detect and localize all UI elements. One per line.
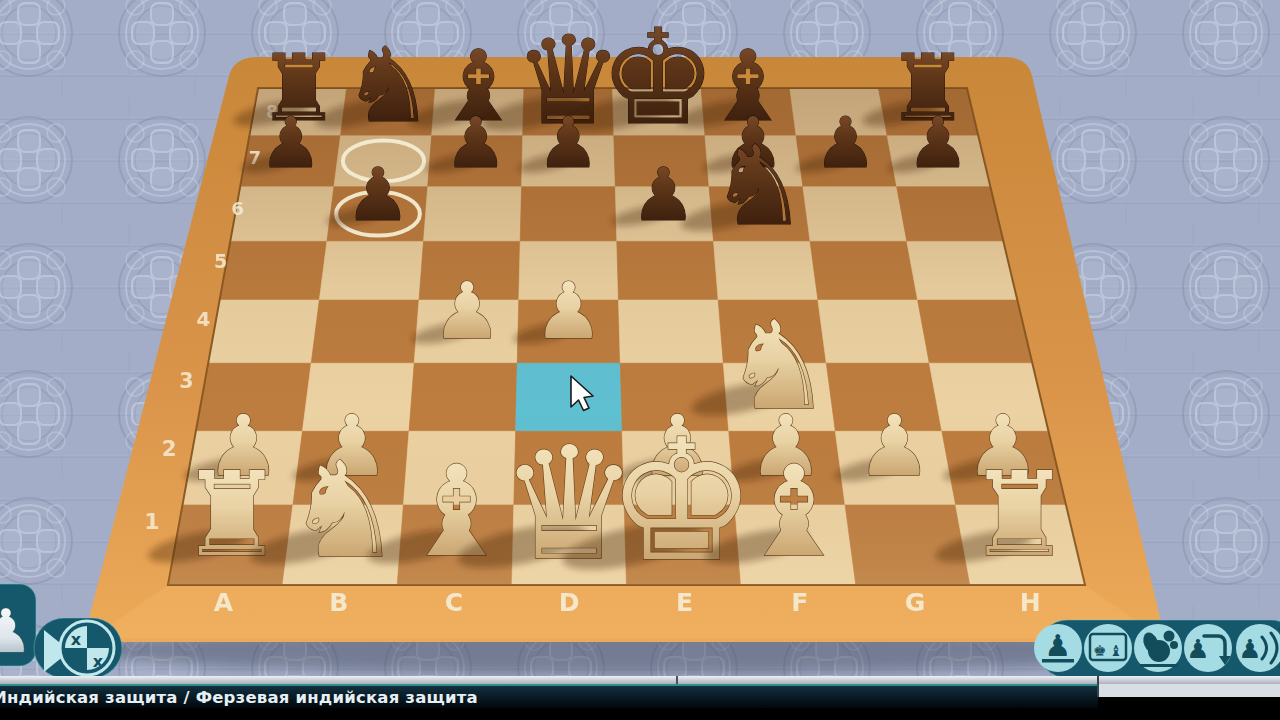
window-strip[interactable]	[0, 676, 1280, 684]
black-pawn-b6[interactable]: ♟	[345, 152, 410, 237]
pawn-stand-icon-glyph: ♟	[1042, 628, 1074, 663]
svg-text:♝: ♝	[1109, 642, 1122, 660]
letterbox-bottom	[0, 708, 1280, 720]
chess-3d-scene: ABCDEFGH12345678 ♜♞♝♛♚♝♜♟♟♟♟♟♟♟♟♞♟♟♞♟♟♟♟…	[0, 0, 1280, 720]
status-opening-text: Индийская защита / Ферзевая индийская за…	[0, 688, 478, 707]
file-label-a: A	[214, 588, 234, 617]
black-pawn-h7[interactable]: ♟	[907, 102, 970, 184]
checker-x-letter: x	[71, 630, 82, 649]
svg-text:♚: ♚	[1093, 642, 1106, 660]
rank-label-4: 4	[196, 308, 210, 331]
rank-label-2: 2	[162, 436, 177, 461]
white-pawn-icon: ♟	[0, 596, 33, 666]
white-knight-b1[interactable]: ♞	[285, 433, 403, 587]
rank-label-1: 1	[144, 509, 159, 534]
white-rook-h1[interactable]: ♜	[967, 446, 1072, 583]
file-label-g: G	[905, 588, 926, 617]
status-area: Индийская защита / Ферзевая индийская за…	[0, 676, 1280, 720]
pawn-arrow-icon-glyph: ♟	[1186, 634, 1231, 665]
black-pawn-g7[interactable]: ♟	[814, 102, 877, 184]
svg-text:♟: ♟	[1238, 634, 1261, 664]
strip-divider	[676, 676, 678, 684]
svg-text:♟: ♟	[1045, 628, 1072, 663]
white-pawn-c4[interactable]: ♟	[432, 266, 502, 356]
black-pawn-c7[interactable]: ♟	[445, 102, 508, 184]
white-bishop-f1[interactable]: ♝	[738, 439, 850, 584]
file-label-h: H	[1020, 588, 1041, 617]
game-screen: ABCDEFGH12345678 ♜♞♝♛♚♝♜♟♟♟♟♟♟♟♟♞♟♟♞♟♟♟♟…	[0, 0, 1280, 720]
status-divider	[1097, 676, 1099, 697]
status-right-segment	[1098, 684, 1280, 697]
black-pawn-d7[interactable]: ♟	[537, 102, 600, 184]
black-pawn-a7[interactable]: ♟	[260, 102, 323, 184]
black-knight-f6[interactable]: ♞	[709, 122, 808, 250]
status-accent-line	[0, 684, 1098, 686]
white-king-e1[interactable]: ♚	[606, 403, 757, 599]
file-label-f: F	[791, 588, 808, 617]
rank-label-3: 3	[179, 369, 193, 393]
rank-label-5: 5	[214, 250, 227, 273]
rank-label-6: 6	[231, 198, 244, 219]
white-pawn-g2[interactable]: ♟	[857, 397, 932, 495]
black-king-e8[interactable]: ♚	[599, 1, 716, 154]
file-label-c: C	[445, 588, 463, 617]
white-pawn-d4[interactable]: ♟	[534, 266, 604, 356]
svg-text:♟: ♟	[1186, 634, 1209, 664]
letterbox-right	[1098, 697, 1280, 708]
file-label-b: B	[329, 588, 348, 617]
